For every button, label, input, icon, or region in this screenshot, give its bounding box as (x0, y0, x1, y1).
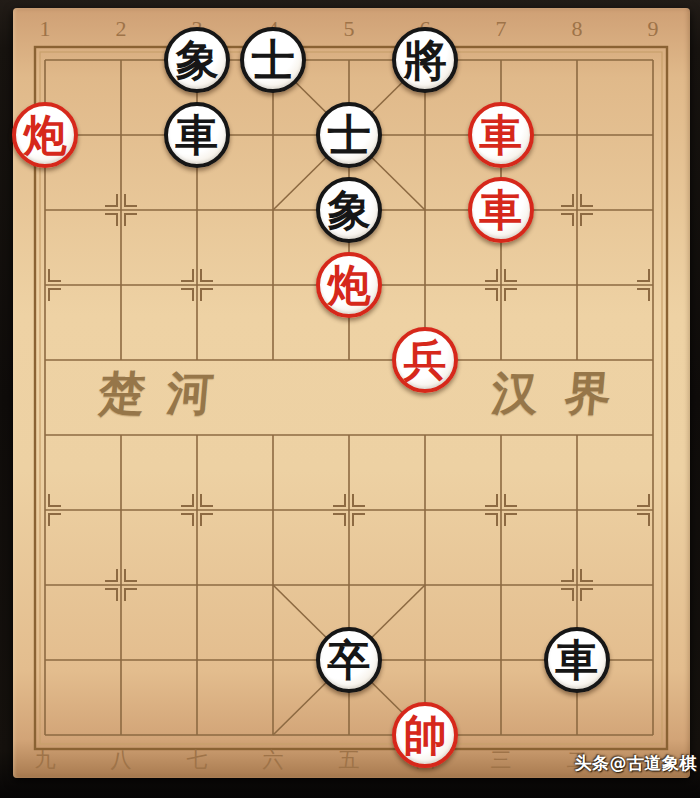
file-label-top-2: 2 (106, 16, 136, 42)
file-label-top-9: 9 (638, 16, 668, 42)
file-label-bottom-4: 六 (258, 746, 288, 774)
piece-black-advisor[interactable]: 士 (316, 102, 382, 168)
xiangqi-screenshot: 123456789 九八七六五四三二一 楚河 汉界 帥卒車兵炮象車炮車士車象士將… (0, 0, 700, 798)
watermark-text: 头条@古道象棋 (575, 752, 698, 775)
piece-red-general[interactable]: 帥 (392, 702, 458, 768)
file-label-bottom-1: 九 (30, 746, 60, 774)
file-label-bottom-7: 三 (486, 746, 516, 774)
file-label-bottom-5: 五 (334, 746, 364, 774)
piece-black-elephant[interactable]: 象 (164, 27, 230, 93)
piece-red-chariot[interactable]: 車 (468, 102, 534, 168)
file-label-top-8: 8 (562, 16, 592, 42)
piece-red-cannon[interactable]: 炮 (12, 102, 78, 168)
file-label-bottom-2: 八 (106, 746, 136, 774)
piece-black-chariot[interactable]: 車 (164, 102, 230, 168)
file-label-top-5: 5 (334, 16, 364, 42)
river-text-left: 楚河 (96, 365, 237, 423)
piece-red-soldier[interactable]: 兵 (392, 327, 458, 393)
piece-red-cannon[interactable]: 炮 (316, 252, 382, 318)
piece-black-advisor[interactable]: 士 (240, 27, 306, 93)
piece-black-elephant[interactable]: 象 (316, 177, 382, 243)
piece-black-chariot[interactable]: 車 (544, 627, 610, 693)
file-label-top-7: 7 (486, 16, 516, 42)
piece-red-chariot[interactable]: 車 (468, 177, 534, 243)
piece-black-soldier[interactable]: 卒 (316, 627, 382, 693)
file-label-top-1: 1 (30, 16, 60, 42)
piece-black-general[interactable]: 將 (392, 27, 458, 93)
file-label-bottom-3: 七 (182, 746, 212, 774)
river-text-right: 汉界 (489, 365, 640, 423)
